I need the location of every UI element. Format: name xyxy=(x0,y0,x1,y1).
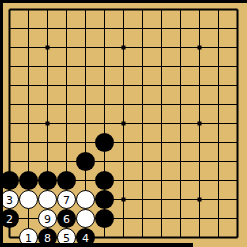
move-number: 8 xyxy=(44,233,51,244)
stone-black-d4 xyxy=(57,171,76,190)
stone-white-d3: 7 xyxy=(57,190,76,209)
stone-black-e5 xyxy=(76,152,95,171)
stone-white-c3 xyxy=(38,190,57,209)
stone-black-f3 xyxy=(95,190,114,209)
frame-edge-left xyxy=(0,0,3,247)
move-number: 7 xyxy=(63,195,70,206)
stone-white-e2 xyxy=(76,209,95,228)
move-number: 4 xyxy=(82,233,89,244)
stone-black-f2 xyxy=(95,209,114,228)
stone-black-c4 xyxy=(38,171,57,190)
move-number: 1 xyxy=(25,233,32,244)
frame-edge-bottom xyxy=(0,243,193,247)
stone-black-d2: 6 xyxy=(57,209,76,228)
stone-white-b3 xyxy=(19,190,38,209)
stone-black-f4 xyxy=(95,171,114,190)
stone-black-f6 xyxy=(95,133,114,152)
stone-black-b4 xyxy=(19,171,38,190)
move-number: 2 xyxy=(6,214,13,225)
move-number: 9 xyxy=(44,214,51,225)
move-number: 5 xyxy=(63,233,70,244)
frame-edge-top xyxy=(0,0,247,3)
go-board[interactable]: 372961854 xyxy=(0,0,247,247)
move-number: 3 xyxy=(6,195,13,206)
move-number: 6 xyxy=(63,214,70,225)
stone-white-e3 xyxy=(76,190,95,209)
stone-white-c2: 9 xyxy=(38,209,57,228)
go-diagram: 372961854 xyxy=(0,0,247,247)
